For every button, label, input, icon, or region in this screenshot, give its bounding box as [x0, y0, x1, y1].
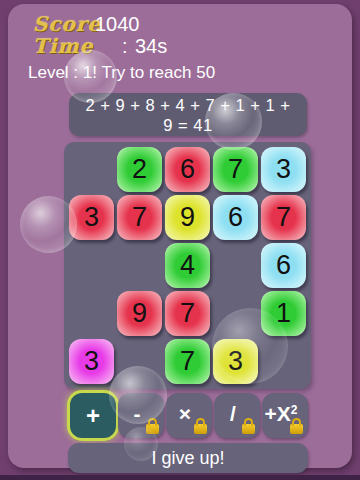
- equation-line-2: 9 = 41: [163, 115, 212, 135]
- tile-green-4[interactable]: 4: [165, 243, 210, 288]
- tile-number: 1: [276, 300, 291, 327]
- operator-plus-button[interactable]: +: [70, 393, 116, 438]
- tile-number: 7: [180, 300, 195, 327]
- tile-number: 7: [132, 204, 147, 231]
- equation-line-1: 2 + 9 + 8 + 4 + 7 + 1 + 1 +: [86, 95, 291, 115]
- tile-red-7[interactable]: 7: [117, 195, 162, 240]
- tile-cyan-6[interactable]: 6: [213, 195, 258, 240]
- tile-number: 6: [228, 204, 243, 231]
- tile-number: 7: [276, 204, 291, 231]
- tile-number: 3: [84, 348, 99, 375]
- tile-number: 6: [180, 156, 195, 183]
- tile-cyan-6[interactable]: 6: [261, 243, 306, 288]
- game-panel: Score 1040 Time : 34s Level : 1! Try to …: [8, 4, 352, 468]
- tile-red-9[interactable]: 9: [117, 291, 162, 336]
- tile-cyan-3[interactable]: 3: [261, 147, 306, 192]
- score-label: Score: [33, 12, 101, 36]
- tile-red-6[interactable]: 6: [165, 147, 210, 192]
- operator-row: +-×/+X2: [70, 393, 308, 438]
- lock-icon: [290, 424, 303, 434]
- lock-icon: [194, 424, 207, 434]
- tile-green-1[interactable]: 1: [261, 291, 306, 336]
- bottom-strip: [0, 475, 360, 480]
- tile-green-7[interactable]: 7: [213, 147, 258, 192]
- tile-magenta-3[interactable]: 3: [69, 339, 114, 384]
- time-label: Time: [33, 34, 93, 58]
- equation-bar: 2 + 9 + 8 + 4 + 7 + 1 + 1 + 9 = 41: [69, 93, 307, 136]
- operator-divide-button[interactable]: /: [214, 393, 260, 438]
- operator-symbol: +: [70, 393, 116, 438]
- tile-number: 3: [228, 348, 243, 375]
- tile-number: 9: [180, 204, 195, 231]
- tile-number: 7: [228, 156, 243, 183]
- tile-grid: 26733796746971373: [64, 142, 311, 389]
- tile-green-7[interactable]: 7: [165, 339, 210, 384]
- lock-icon: [146, 424, 159, 434]
- tile-number: 6: [276, 252, 291, 279]
- tile-green-2[interactable]: 2: [117, 147, 162, 192]
- tile-number: 3: [276, 156, 291, 183]
- tile-yellow-3[interactable]: 3: [213, 339, 258, 384]
- give-up-button[interactable]: I give up!: [68, 443, 308, 473]
- tile-red-7[interactable]: 7: [261, 195, 306, 240]
- tile-number: 2: [132, 156, 147, 183]
- tile-number: 3: [84, 204, 99, 231]
- level-text: Level : 1! Try to reach 50: [28, 63, 215, 83]
- tile-yellow-9[interactable]: 9: [165, 195, 210, 240]
- tile-red-7[interactable]: 7: [165, 291, 210, 336]
- time-colon: :: [122, 35, 128, 58]
- operator-minus-button[interactable]: -: [118, 393, 164, 438]
- operator-power-button[interactable]: +X2: [262, 393, 308, 438]
- score-value: 1040: [95, 13, 140, 36]
- tile-number: 9: [132, 300, 147, 327]
- tile-number: 7: [180, 348, 195, 375]
- operator-multiply-button[interactable]: ×: [166, 393, 212, 438]
- tile-red-3[interactable]: 3: [69, 195, 114, 240]
- time-value: 34s: [135, 35, 167, 58]
- lock-icon: [242, 424, 255, 434]
- tile-number: 4: [180, 252, 195, 279]
